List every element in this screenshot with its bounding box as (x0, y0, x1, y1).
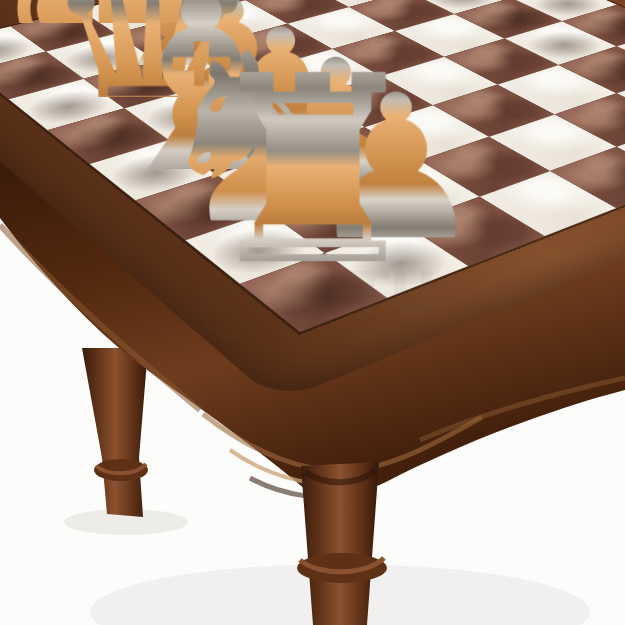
chess-table-photo: ♜♟♟♜♞♟♟♞♝♟♟♝♚♟♟♚♛♟♟♛♝♟♟♝♞♟♟♞♜♟♟♜ TU (0, 0, 625, 625)
